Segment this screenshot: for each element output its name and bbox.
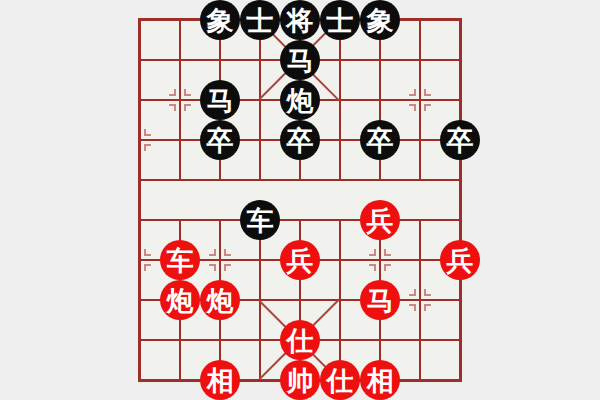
black-general[interactable]: 将 (280, 0, 320, 40)
black-advisor[interactable]: 士 (240, 0, 280, 40)
black-soldier[interactable]: 卒 (200, 120, 240, 160)
black-chariot[interactable]: 车 (240, 200, 280, 240)
black-elephant[interactable]: 象 (360, 0, 400, 40)
xiangqi-board[interactable]: 象士将士象马马炮卒卒卒卒车兵车兵兵炮炮马仕相帅仕相 (140, 20, 460, 380)
red-elephant[interactable]: 相 (200, 360, 240, 400)
red-chariot[interactable]: 车 (160, 240, 200, 280)
red-cannon[interactable]: 炮 (200, 280, 240, 320)
black-horse[interactable]: 马 (200, 80, 240, 120)
red-soldier[interactable]: 兵 (360, 200, 400, 240)
black-advisor[interactable]: 士 (320, 0, 360, 40)
black-soldier[interactable]: 卒 (280, 120, 320, 160)
red-soldier[interactable]: 兵 (280, 240, 320, 280)
red-advisor[interactable]: 仕 (280, 320, 320, 360)
black-horse[interactable]: 马 (280, 40, 320, 80)
black-soldier[interactable]: 卒 (360, 120, 400, 160)
red-soldier[interactable]: 兵 (440, 240, 480, 280)
red-cannon[interactable]: 炮 (160, 280, 200, 320)
black-elephant[interactable]: 象 (200, 0, 240, 40)
red-elephant[interactable]: 相 (360, 360, 400, 400)
black-soldier[interactable]: 卒 (440, 120, 480, 160)
pieces-layer: 象士将士象马马炮卒卒卒卒车兵车兵兵炮炮马仕相帅仕相 (120, 0, 480, 400)
red-general[interactable]: 帅 (280, 360, 320, 400)
red-horse[interactable]: 马 (360, 280, 400, 320)
red-advisor[interactable]: 仕 (320, 360, 360, 400)
xiangqi-app: 象士将士象马马炮卒卒卒卒车兵车兵兵炮炮马仕相帅仕相 (0, 0, 600, 400)
black-cannon[interactable]: 炮 (280, 80, 320, 120)
